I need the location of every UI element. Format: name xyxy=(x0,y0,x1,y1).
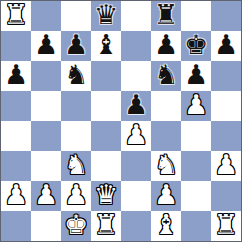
square-f6[interactable]: ♞ xyxy=(151,61,181,91)
square-e6[interactable] xyxy=(121,61,151,91)
square-e2[interactable] xyxy=(121,181,151,211)
square-a7[interactable] xyxy=(1,31,31,61)
black-king[interactable]: ♚ xyxy=(184,31,208,60)
square-d2[interactable]: ♛ xyxy=(91,181,121,211)
square-a8[interactable]: ♜ xyxy=(1,1,31,31)
white-knight[interactable]: ♞ xyxy=(154,151,178,180)
white-rook[interactable]: ♜ xyxy=(4,1,28,30)
square-d4[interactable] xyxy=(91,121,121,151)
square-h8[interactable] xyxy=(211,1,241,31)
square-b7[interactable]: ♟ xyxy=(31,31,61,61)
square-c5[interactable] xyxy=(61,91,91,121)
square-d6[interactable] xyxy=(91,61,121,91)
black-knight[interactable]: ♞ xyxy=(154,61,178,90)
square-c7[interactable]: ♟ xyxy=(61,31,91,61)
square-c2[interactable]: ♟ xyxy=(61,181,91,211)
black-pawn[interactable]: ♟ xyxy=(154,31,178,60)
square-g1[interactable] xyxy=(181,211,211,241)
square-h2[interactable] xyxy=(211,181,241,211)
square-f2[interactable]: ♟ xyxy=(151,181,181,211)
square-h5[interactable] xyxy=(211,91,241,121)
square-b5[interactable] xyxy=(31,91,61,121)
square-f7[interactable]: ♟ xyxy=(151,31,181,61)
square-b8[interactable] xyxy=(31,1,61,31)
square-a3[interactable] xyxy=(1,151,31,181)
white-pawn[interactable]: ♟ xyxy=(34,181,58,210)
square-f3[interactable]: ♞ xyxy=(151,151,181,181)
square-h6[interactable] xyxy=(211,61,241,91)
square-d5[interactable] xyxy=(91,91,121,121)
square-e5[interactable]: ♟ xyxy=(121,91,151,121)
square-e3[interactable] xyxy=(121,151,151,181)
square-d1[interactable]: ♜ xyxy=(91,211,121,241)
square-e7[interactable] xyxy=(121,31,151,61)
square-h7[interactable]: ♟ xyxy=(211,31,241,61)
square-a1[interactable] xyxy=(1,211,31,241)
white-knight[interactable]: ♞ xyxy=(64,151,88,180)
white-queen[interactable]: ♛ xyxy=(94,181,118,210)
white-pawn[interactable]: ♟ xyxy=(124,121,148,150)
white-pawn[interactable]: ♟ xyxy=(64,181,88,210)
square-c1[interactable]: ♚ xyxy=(61,211,91,241)
square-a5[interactable] xyxy=(1,91,31,121)
square-b6[interactable] xyxy=(31,61,61,91)
square-c4[interactable] xyxy=(61,121,91,151)
square-a2[interactable]: ♟ xyxy=(1,181,31,211)
square-h1[interactable]: ♜ xyxy=(211,211,241,241)
square-g5[interactable]: ♟ xyxy=(181,91,211,121)
white-bishop[interactable]: ♝ xyxy=(154,211,178,240)
square-b3[interactable] xyxy=(31,151,61,181)
square-g7[interactable]: ♚ xyxy=(181,31,211,61)
square-f8[interactable]: ♜ xyxy=(151,1,181,31)
black-pawn[interactable]: ♟ xyxy=(124,91,148,120)
white-pawn[interactable]: ♟ xyxy=(154,181,178,210)
white-rook[interactable]: ♜ xyxy=(94,211,118,240)
square-c3[interactable]: ♞ xyxy=(61,151,91,181)
black-pawn[interactable]: ♟ xyxy=(34,31,58,60)
white-pawn[interactable]: ♟ xyxy=(214,151,238,180)
square-g2[interactable] xyxy=(181,181,211,211)
square-e1[interactable] xyxy=(121,211,151,241)
chess-board: ♜♛♜♟♟♝♟♚♟♟♞♞♟♟♟♟♞♞♟♟♟♟♛♟♚♜♝♜ xyxy=(0,0,242,242)
black-pawn[interactable]: ♟ xyxy=(214,31,238,60)
black-bishop[interactable]: ♝ xyxy=(94,31,118,60)
square-f5[interactable] xyxy=(151,91,181,121)
square-a6[interactable]: ♟ xyxy=(1,61,31,91)
square-g4[interactable] xyxy=(181,121,211,151)
square-e4[interactable]: ♟ xyxy=(121,121,151,151)
square-g8[interactable] xyxy=(181,1,211,31)
square-g6[interactable]: ♟ xyxy=(181,61,211,91)
square-e8[interactable] xyxy=(121,1,151,31)
square-h4[interactable] xyxy=(211,121,241,151)
square-g3[interactable] xyxy=(181,151,211,181)
square-d7[interactable]: ♝ xyxy=(91,31,121,61)
square-b2[interactable]: ♟ xyxy=(31,181,61,211)
black-pawn[interactable]: ♟ xyxy=(64,31,88,60)
white-pawn[interactable]: ♟ xyxy=(184,91,208,120)
black-rook[interactable]: ♜ xyxy=(154,1,178,30)
square-c8[interactable] xyxy=(61,1,91,31)
square-f4[interactable] xyxy=(151,121,181,151)
black-pawn[interactable]: ♟ xyxy=(4,61,28,90)
square-b1[interactable] xyxy=(31,211,61,241)
white-pawn[interactable]: ♟ xyxy=(4,181,28,210)
square-h3[interactable]: ♟ xyxy=(211,151,241,181)
square-a4[interactable] xyxy=(1,121,31,151)
square-b4[interactable] xyxy=(31,121,61,151)
square-d3[interactable] xyxy=(91,151,121,181)
square-c6[interactable]: ♞ xyxy=(61,61,91,91)
black-pawn[interactable]: ♟ xyxy=(184,61,208,90)
black-queen[interactable]: ♛ xyxy=(94,1,118,30)
square-d8[interactable]: ♛ xyxy=(91,1,121,31)
white-rook[interactable]: ♜ xyxy=(214,211,238,240)
black-knight[interactable]: ♞ xyxy=(64,61,88,90)
square-f1[interactable]: ♝ xyxy=(151,211,181,241)
white-king[interactable]: ♚ xyxy=(64,211,88,240)
